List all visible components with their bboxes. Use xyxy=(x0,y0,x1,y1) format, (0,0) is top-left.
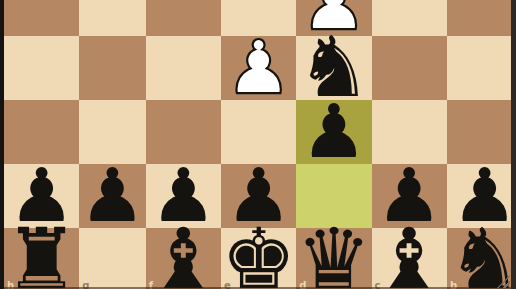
black-pawn-g7-piece[interactable]: ♟ xyxy=(79,158,145,232)
chess-board[interactable]: ♟♟♞5♟6♟♟♟♟♟♟♟7♜hg♝f♚e♛d♝c♞b♜8a xyxy=(4,0,511,289)
square-b5[interactable] xyxy=(447,36,516,100)
chess-board-view: ♟♟♞5♟6♟♟♟♟♟♟♟7♜hg♝f♚e♛d♝c♞b♜8a xyxy=(0,0,516,289)
square-f4[interactable] xyxy=(146,0,221,36)
black-bishop-f8-piece[interactable]: ♝ xyxy=(146,217,221,289)
square-f8[interactable]: ♝f xyxy=(146,228,221,289)
square-e8[interactable]: ♚e xyxy=(221,228,296,289)
black-knight-b8-piece[interactable]: ♞ xyxy=(447,217,516,289)
square-c4[interactable] xyxy=(372,0,447,36)
board-left-edge xyxy=(0,0,4,289)
black-pawn-d6-piece[interactable]: ♟ xyxy=(301,94,367,168)
black-rook-h8-piece[interactable]: ♜ xyxy=(4,217,79,289)
square-e5[interactable]: ♟ xyxy=(221,36,296,100)
board-right-edge xyxy=(511,0,516,289)
square-h5[interactable] xyxy=(4,36,79,100)
white-pawn-e5-piece[interactable]: ♟ xyxy=(225,30,291,104)
black-bishop-c8-piece[interactable]: ♝ xyxy=(372,217,447,289)
square-g8[interactable]: g xyxy=(79,228,145,289)
square-g5[interactable] xyxy=(79,36,145,100)
square-d8[interactable]: ♛d xyxy=(296,228,371,289)
square-f5[interactable] xyxy=(146,36,221,100)
black-king-e8-piece[interactable]: ♚ xyxy=(221,217,296,289)
square-c5[interactable] xyxy=(372,36,447,100)
square-h8[interactable]: ♜h xyxy=(4,228,79,289)
square-c8[interactable]: ♝c xyxy=(372,228,447,289)
square-g7[interactable]: ♟ xyxy=(79,164,145,228)
square-g4[interactable] xyxy=(79,0,145,36)
square-b4[interactable] xyxy=(447,0,516,36)
square-d6[interactable]: ♟ xyxy=(296,100,371,164)
black-queen-d8-piece[interactable]: ♛ xyxy=(296,217,371,289)
square-h4[interactable] xyxy=(4,0,79,36)
